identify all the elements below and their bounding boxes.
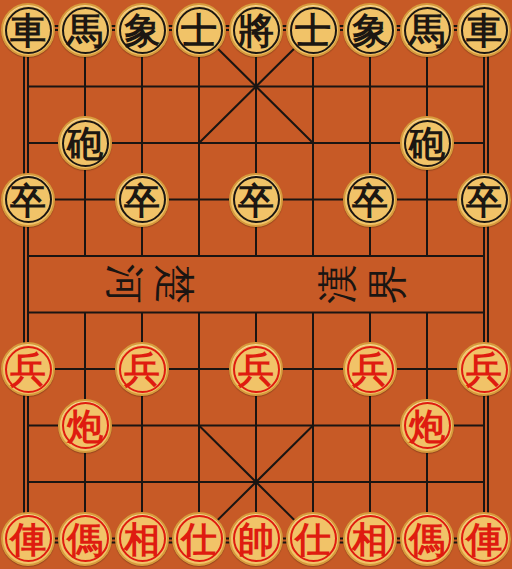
piece-red-general[interactable]: 帥 [229, 512, 283, 566]
board-intersection[interactable] [0, 397, 57, 454]
board-intersection[interactable] [342, 58, 399, 115]
board-intersection[interactable] [456, 58, 512, 115]
board-intersection[interactable] [285, 284, 342, 341]
board-intersection[interactable] [399, 171, 456, 228]
piece-red-cannon[interactable]: 炮 [400, 399, 454, 453]
board-intersection[interactable]: 車 [456, 2, 512, 59]
piece-black-soldier[interactable]: 卒 [229, 173, 283, 227]
board-intersection[interactable]: 砲 [57, 115, 114, 172]
board-intersection[interactable] [285, 341, 342, 398]
board-intersection[interactable] [342, 115, 399, 172]
board-intersection[interactable] [456, 115, 512, 172]
piece-black-soldier[interactable]: 卒 [115, 173, 169, 227]
board-intersection[interactable] [0, 115, 57, 172]
board-intersection[interactable] [171, 115, 228, 172]
piece-black-chariot[interactable]: 車 [457, 3, 511, 57]
piece-black-advisor[interactable]: 士 [286, 3, 340, 57]
board-intersection[interactable] [171, 171, 228, 228]
piece-black-chariot[interactable]: 車 [1, 3, 55, 57]
board-intersection[interactable]: 士 [285, 2, 342, 59]
piece-black-soldier[interactable]: 卒 [1, 173, 55, 227]
board-intersection[interactable] [228, 284, 285, 341]
board-intersection[interactable] [285, 397, 342, 454]
piece-red-soldier[interactable]: 兵 [229, 342, 283, 396]
board-intersection[interactable]: 仕 [285, 510, 342, 567]
board-intersection[interactable] [342, 397, 399, 454]
piece-red-chariot[interactable]: 俥 [1, 512, 55, 566]
board-intersection[interactable]: 兵 [228, 341, 285, 398]
piece-red-soldier[interactable]: 兵 [115, 342, 169, 396]
board-intersection[interactable] [57, 58, 114, 115]
board-intersection[interactable] [399, 341, 456, 398]
board-intersection[interactable] [114, 454, 171, 511]
board-intersection[interactable] [57, 228, 114, 285]
piece-red-soldier[interactable]: 兵 [1, 342, 55, 396]
board-intersection[interactable] [0, 454, 57, 511]
board-intersection[interactable] [114, 284, 171, 341]
board-intersection[interactable] [114, 228, 171, 285]
board-intersection[interactable] [228, 58, 285, 115]
board-intersection[interactable]: 卒 [342, 171, 399, 228]
piece-red-advisor[interactable]: 仕 [286, 512, 340, 566]
board-intersection[interactable] [171, 284, 228, 341]
piece-black-horse[interactable]: 馬 [58, 3, 112, 57]
board-intersection[interactable] [228, 115, 285, 172]
board-intersection[interactable] [0, 58, 57, 115]
board-intersection[interactable]: 象 [114, 2, 171, 59]
board-intersection[interactable] [171, 228, 228, 285]
board-grid: 車馬象士將士象馬車砲砲卒卒卒卒卒兵兵兵兵兵炮炮俥傌相仕帥仕相傌俥 [0, 2, 512, 567]
board-intersection[interactable] [285, 58, 342, 115]
piece-black-cannon[interactable]: 砲 [400, 116, 454, 170]
board-intersection[interactable] [0, 284, 57, 341]
piece-red-chariot[interactable]: 俥 [457, 512, 511, 566]
board-intersection[interactable]: 兵 [456, 341, 512, 398]
board-intersection[interactable] [171, 341, 228, 398]
board-intersection[interactable]: 車 [0, 2, 57, 59]
piece-red-elephant[interactable]: 相 [343, 512, 397, 566]
board-intersection[interactable] [456, 284, 512, 341]
piece-red-horse[interactable]: 傌 [58, 512, 112, 566]
xiangqi-board: 河 楚 漢 界 車馬象士將士象馬車砲砲卒卒卒卒卒兵兵兵兵兵炮炮俥傌相仕帥仕相傌俥 [0, 0, 512, 569]
piece-red-elephant[interactable]: 相 [115, 512, 169, 566]
board-intersection[interactable] [399, 284, 456, 341]
board-intersection[interactable] [399, 454, 456, 511]
board-intersection[interactable]: 兵 [0, 341, 57, 398]
piece-red-soldier[interactable]: 兵 [457, 342, 511, 396]
board-intersection[interactable] [57, 284, 114, 341]
board-intersection[interactable]: 傌 [57, 510, 114, 567]
board-intersection[interactable]: 仕 [171, 510, 228, 567]
board-intersection[interactable]: 卒 [456, 171, 512, 228]
board-intersection[interactable]: 士 [171, 2, 228, 59]
piece-red-advisor[interactable]: 仕 [172, 512, 226, 566]
board-intersection[interactable]: 將 [228, 2, 285, 59]
board-intersection[interactable] [456, 397, 512, 454]
board-intersection[interactable]: 炮 [57, 397, 114, 454]
board-intersection[interactable] [342, 454, 399, 511]
piece-black-elephant[interactable]: 象 [343, 3, 397, 57]
board-intersection[interactable] [171, 397, 228, 454]
board-intersection[interactable]: 馬 [57, 2, 114, 59]
board-intersection[interactable] [114, 397, 171, 454]
board-intersection[interactable] [399, 58, 456, 115]
board-intersection[interactable]: 兵 [342, 341, 399, 398]
board-intersection[interactable]: 炮 [399, 397, 456, 454]
board-intersection[interactable] [342, 228, 399, 285]
piece-red-horse[interactable]: 傌 [400, 512, 454, 566]
board-intersection[interactable]: 傌 [399, 510, 456, 567]
board-intersection[interactable] [57, 454, 114, 511]
board-intersection[interactable]: 帥 [228, 510, 285, 567]
piece-black-advisor[interactable]: 士 [172, 3, 226, 57]
board-intersection[interactable] [285, 228, 342, 285]
piece-black-soldier[interactable]: 卒 [457, 173, 511, 227]
board-intersection[interactable] [456, 454, 512, 511]
board-intersection[interactable] [285, 115, 342, 172]
board-intersection[interactable]: 卒 [0, 171, 57, 228]
board-intersection[interactable] [0, 228, 57, 285]
piece-black-cannon[interactable]: 砲 [58, 116, 112, 170]
board-intersection[interactable]: 象 [342, 2, 399, 59]
board-intersection[interactable] [228, 228, 285, 285]
board-intersection[interactable]: 卒 [114, 171, 171, 228]
board-intersection[interactable] [285, 171, 342, 228]
piece-black-horse[interactable]: 馬 [400, 3, 454, 57]
board-intersection[interactable]: 馬 [399, 2, 456, 59]
board-intersection[interactable] [456, 228, 512, 285]
board-intersection[interactable] [171, 58, 228, 115]
board-intersection[interactable]: 相 [114, 510, 171, 567]
piece-black-soldier[interactable]: 卒 [343, 173, 397, 227]
board-intersection[interactable] [342, 284, 399, 341]
board-intersection[interactable] [57, 341, 114, 398]
board-intersection[interactable] [114, 115, 171, 172]
board-intersection[interactable] [228, 397, 285, 454]
board-intersection[interactable]: 兵 [114, 341, 171, 398]
board-intersection[interactable] [228, 454, 285, 511]
board-intersection[interactable]: 砲 [399, 115, 456, 172]
board-intersection[interactable]: 俥 [456, 510, 512, 567]
piece-black-elephant[interactable]: 象 [115, 3, 169, 57]
board-intersection[interactable] [171, 454, 228, 511]
board-intersection[interactable]: 俥 [0, 510, 57, 567]
board-intersection[interactable]: 相 [342, 510, 399, 567]
piece-red-soldier[interactable]: 兵 [343, 342, 397, 396]
piece-red-cannon[interactable]: 炮 [58, 399, 112, 453]
board-intersection[interactable]: 卒 [228, 171, 285, 228]
board-intersection[interactable] [114, 58, 171, 115]
board-intersection[interactable] [399, 228, 456, 285]
board-intersection[interactable] [285, 454, 342, 511]
piece-black-general[interactable]: 將 [229, 3, 283, 57]
board-intersection[interactable] [57, 171, 114, 228]
